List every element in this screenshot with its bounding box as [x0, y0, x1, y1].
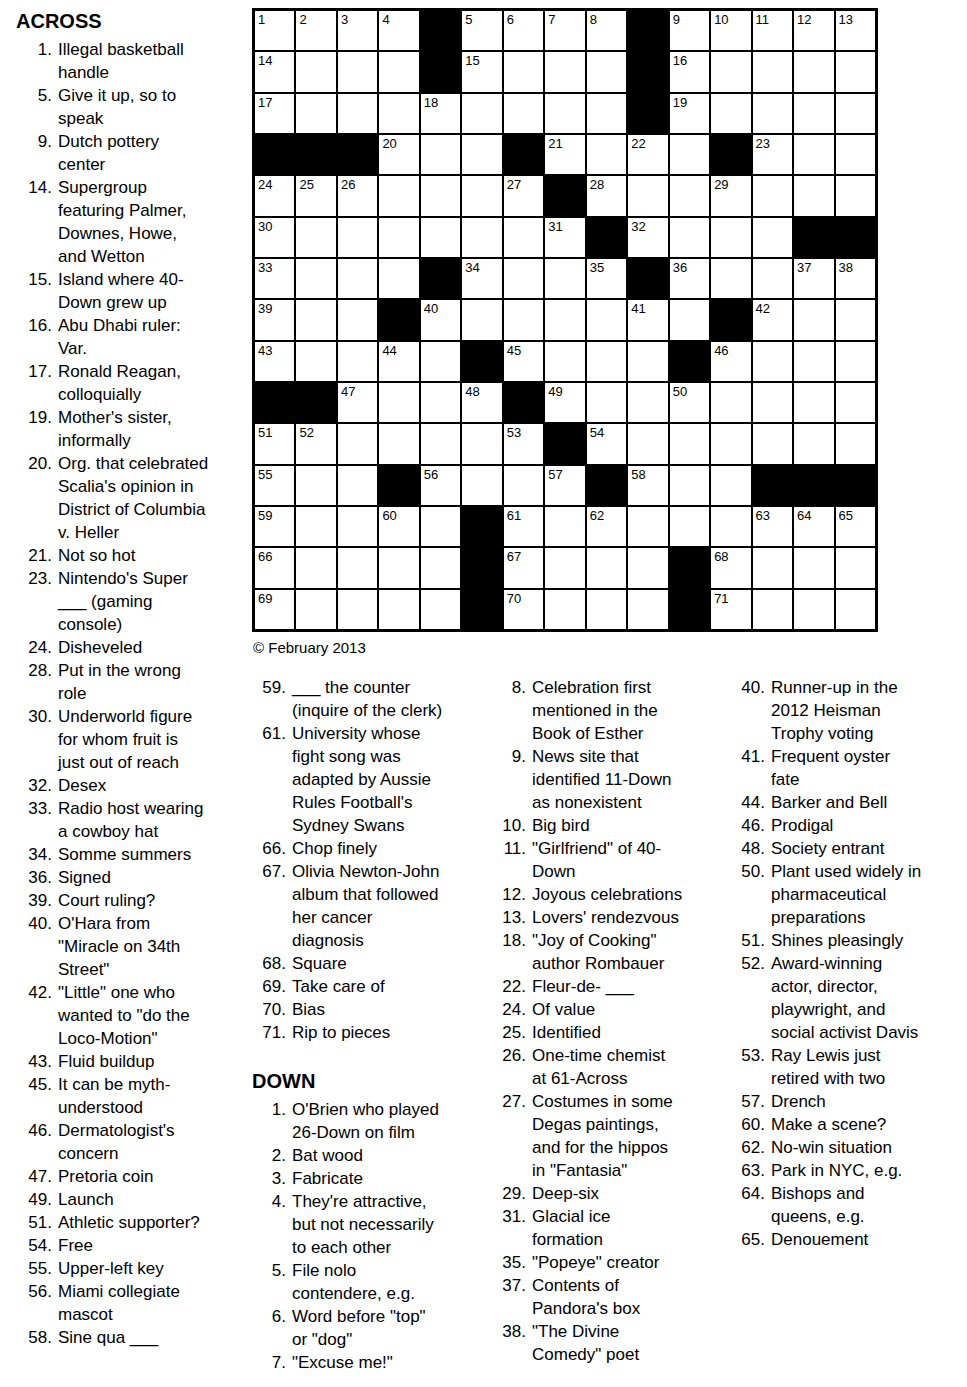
grid-cell[interactable] [420, 341, 461, 382]
grid-cell[interactable]: 48 [461, 382, 502, 423]
grid-cell[interactable] [710, 506, 751, 547]
grid-cell[interactable] [420, 382, 461, 423]
grid-cell[interactable] [752, 589, 793, 630]
grid-cell[interactable] [337, 258, 378, 299]
clue-text: Org. that celebrated Scalia's opinion in… [58, 452, 208, 544]
cell-number: 58 [631, 467, 645, 482]
grid-cell[interactable] [710, 217, 751, 258]
grid-cell[interactable]: 47 [337, 382, 378, 423]
cell-number: 6 [507, 12, 514, 27]
grid-cell[interactable]: 64 [793, 506, 834, 547]
grid-cell[interactable] [337, 589, 378, 630]
grid-cell[interactable]: 38 [835, 258, 876, 299]
clue-across-36: 36.Signed [12, 866, 248, 889]
grid-cell[interactable] [669, 506, 710, 547]
grid-cell[interactable]: 62 [586, 506, 627, 547]
grid-cell-black [710, 134, 751, 175]
grid-cell[interactable]: 42 [752, 299, 793, 340]
grid-cell[interactable] [544, 506, 585, 547]
grid-cell[interactable]: 6 [503, 10, 544, 51]
grid-cell[interactable] [586, 93, 627, 134]
clue-down-9: 9.News site that identified 11-Down as n… [498, 745, 732, 814]
grid-cell[interactable] [337, 341, 378, 382]
grid-cell[interactable] [627, 382, 668, 423]
clue-number: 48. [735, 837, 765, 860]
grid-cell-black [793, 217, 834, 258]
grid-cell[interactable] [461, 299, 502, 340]
grid-cell[interactable]: 16 [669, 51, 710, 92]
grid-cell[interactable]: 8 [586, 10, 627, 51]
grid-cell[interactable]: 34 [461, 258, 502, 299]
cell-number: 32 [631, 219, 645, 234]
grid-cell[interactable] [295, 258, 336, 299]
clue-text: Olivia Newton-John album that followed h… [292, 860, 439, 952]
grid-cell[interactable] [793, 51, 834, 92]
grid-cell[interactable] [503, 93, 544, 134]
grid-cell[interactable] [669, 299, 710, 340]
grid-cell[interactable]: 32 [627, 217, 668, 258]
grid-cell[interactable]: 46 [710, 341, 751, 382]
grid-cell[interactable] [295, 589, 336, 630]
grid-cell[interactable] [835, 547, 876, 588]
grid-cell[interactable] [378, 175, 419, 216]
grid-cell[interactable]: 23 [752, 134, 793, 175]
clue-text: O'Hara from "Miracle on 34th Street" [58, 912, 180, 981]
grid-cell[interactable] [378, 51, 419, 92]
grid-cell[interactable] [544, 341, 585, 382]
grid-cell[interactable]: 19 [669, 93, 710, 134]
clue-across-15: 15.Island where 40- Down grew up [12, 268, 248, 314]
grid-cell[interactable]: 11 [752, 10, 793, 51]
grid-cell[interactable]: 57 [544, 465, 585, 506]
grid-cell[interactable]: 24 [254, 175, 295, 216]
grid-cell[interactable]: 17 [254, 93, 295, 134]
grid-cell[interactable] [503, 51, 544, 92]
cell-number: 44 [382, 343, 396, 358]
clue-number: 13. [498, 906, 526, 929]
grid-cell[interactable]: 60 [378, 506, 419, 547]
grid-cell[interactable] [752, 217, 793, 258]
clue-down-51: 51.Shines pleasingly [735, 929, 965, 952]
grid-cell[interactable]: 10 [710, 10, 751, 51]
cell-number: 69 [258, 591, 272, 606]
grid-cell[interactable]: 31 [544, 217, 585, 258]
grid-cell[interactable] [503, 465, 544, 506]
grid-cell[interactable] [420, 217, 461, 258]
grid-cell[interactable]: 22 [627, 134, 668, 175]
clue-text: Dutch pottery center [58, 130, 159, 176]
grid-cell[interactable] [793, 341, 834, 382]
grid-cell[interactable]: 56 [420, 465, 461, 506]
clue-number: 39. [12, 889, 52, 912]
across-clue-list-main: 1.Illegal basketball handle5.Give it up,… [12, 38, 248, 1349]
clue-number: 52. [735, 952, 765, 1044]
grid-cell[interactable] [752, 51, 793, 92]
grid-cell[interactable]: 37 [793, 258, 834, 299]
clue-number: 38. [498, 1320, 526, 1366]
clue-text: Island where 40- Down grew up [58, 268, 184, 314]
grid-cell[interactable] [793, 134, 834, 175]
grid-cell[interactable] [337, 93, 378, 134]
grid-cell[interactable] [420, 506, 461, 547]
grid-cell[interactable] [793, 299, 834, 340]
grid-cell[interactable] [420, 589, 461, 630]
clue-down-27: 27.Costumes in some Degas paintings, and… [498, 1090, 732, 1182]
grid-cell-black [378, 465, 419, 506]
grid-cell[interactable]: 21 [544, 134, 585, 175]
grid-cell[interactable]: 35 [586, 258, 627, 299]
clue-number: 33. [12, 797, 52, 843]
grid-cell[interactable] [669, 423, 710, 464]
clue-text: It can be myth- understood [58, 1073, 170, 1119]
grid-cell[interactable] [627, 423, 668, 464]
grid-cell[interactable] [710, 93, 751, 134]
grid-cell[interactable]: 29 [710, 175, 751, 216]
grid-cell[interactable] [337, 423, 378, 464]
grid-cell[interactable] [669, 134, 710, 175]
grid-cell[interactable]: 7 [544, 10, 585, 51]
clue-across-67: 67.Olivia Newton-John album that followe… [250, 860, 492, 952]
grid-cell[interactable] [627, 175, 668, 216]
grid-cell[interactable]: 14 [254, 51, 295, 92]
clue-number: 12. [498, 883, 526, 906]
clue-number: 46. [735, 814, 765, 837]
grid-cell-black [669, 341, 710, 382]
grid-cell[interactable] [337, 506, 378, 547]
grid-cell[interactable]: 61 [503, 506, 544, 547]
grid-cell[interactable]: 15 [461, 51, 502, 92]
cell-number: 67 [507, 549, 521, 564]
grid-cell[interactable] [295, 299, 336, 340]
grid-cell[interactable] [544, 258, 585, 299]
grid-cell[interactable] [420, 134, 461, 175]
grid-cell[interactable] [420, 423, 461, 464]
grid-cell[interactable]: 1 [254, 10, 295, 51]
cell-number: 22 [631, 136, 645, 151]
grid-cell[interactable]: 65 [835, 506, 876, 547]
clue-across-51: 51.Athletic supporter? [12, 1211, 248, 1234]
grid-cell[interactable]: 9 [669, 10, 710, 51]
grid-cell[interactable]: 33 [254, 258, 295, 299]
grid-cell[interactable] [378, 589, 419, 630]
clue-text: Shines pleasingly [771, 929, 903, 952]
clue-text: Give it up, so to speak [58, 84, 176, 130]
grid-cell[interactable]: 50 [669, 382, 710, 423]
clue-across-9: 9.Dutch pottery center [12, 130, 248, 176]
grid-cell[interactable] [835, 299, 876, 340]
grid-cell[interactable] [835, 134, 876, 175]
grid-cell[interactable] [835, 382, 876, 423]
clue-text: File nolo contendere, e.g. [292, 1259, 415, 1305]
grid-cell-black [586, 217, 627, 258]
clue-number: 32. [12, 774, 52, 797]
grid-cell[interactable] [710, 465, 751, 506]
cell-number: 40 [424, 301, 438, 316]
clue-number: 71. [250, 1021, 286, 1044]
grid-cell[interactable]: 71 [710, 589, 751, 630]
grid-cell[interactable]: 5 [461, 10, 502, 51]
clue-across-54: 54.Free [12, 1234, 248, 1257]
grid-cell[interactable]: 55 [254, 465, 295, 506]
grid-cell[interactable]: 44 [378, 341, 419, 382]
grid-cell[interactable] [544, 51, 585, 92]
cell-number: 7 [548, 12, 555, 27]
grid-cell[interactable]: 51 [254, 423, 295, 464]
clue-number: 1. [250, 1098, 286, 1144]
clue-text: Ray Lewis just retired with two [771, 1044, 885, 1090]
grid-cell[interactable]: 12 [793, 10, 834, 51]
cell-number: 62 [590, 508, 604, 523]
grid-cell[interactable]: 26 [337, 175, 378, 216]
grid-cell[interactable] [835, 589, 876, 630]
grid-cell[interactable] [337, 547, 378, 588]
cell-number: 47 [341, 384, 355, 399]
grid-cell[interactable]: 25 [295, 175, 336, 216]
clue-number: 7. [250, 1351, 286, 1374]
grid-cell[interactable]: 58 [627, 465, 668, 506]
grid-cell[interactable] [461, 465, 502, 506]
grid-cell[interactable] [586, 134, 627, 175]
grid-cell[interactable] [752, 382, 793, 423]
clue-text: Not so hot [58, 544, 136, 567]
cell-number: 35 [590, 260, 604, 275]
grid-cell[interactable] [752, 423, 793, 464]
grid-cell[interactable] [835, 51, 876, 92]
grid-cell[interactable] [627, 506, 668, 547]
grid-cell[interactable]: 70 [503, 589, 544, 630]
clue-text: Fleur-de- ___ [532, 975, 634, 998]
clue-number: 67. [250, 860, 286, 952]
clue-across-70: 70.Bias [250, 998, 492, 1021]
grid-cell[interactable]: 67 [503, 547, 544, 588]
cell-number: 41 [631, 301, 645, 316]
clue-text: Abu Dhabi ruler: Var. [58, 314, 181, 360]
cell-number: 19 [673, 95, 687, 110]
grid-cell[interactable] [295, 51, 336, 92]
clue-down-31: 31.Glacial ice formation [498, 1205, 732, 1251]
grid-cell[interactable] [586, 589, 627, 630]
clue-text: Signed [58, 866, 111, 889]
grid-cell[interactable]: 49 [544, 382, 585, 423]
clue-number: 24. [12, 636, 52, 659]
cell-number: 48 [465, 384, 479, 399]
grid-cell[interactable]: 54 [586, 423, 627, 464]
grid-cell[interactable] [503, 217, 544, 258]
grid-cell[interactable] [420, 175, 461, 216]
clue-across-58: 58.Sine qua ___ [12, 1326, 248, 1349]
grid-cell[interactable] [710, 423, 751, 464]
grid-cell[interactable] [752, 258, 793, 299]
clue-number: 23. [12, 567, 52, 636]
grid-cell[interactable] [835, 175, 876, 216]
cell-number: 50 [673, 384, 687, 399]
grid-cell[interactable]: 39 [254, 299, 295, 340]
clue-number: 56. [12, 1280, 52, 1326]
grid-cell[interactable] [835, 93, 876, 134]
clue-number: 58. [12, 1326, 52, 1349]
clue-down-62: 62.No-win situation [735, 1136, 965, 1159]
grid-cell[interactable]: 69 [254, 589, 295, 630]
grid-cell[interactable] [337, 299, 378, 340]
cell-number: 2 [299, 12, 306, 27]
grid-cell[interactable]: 59 [254, 506, 295, 547]
bottom-clues-column-1: 59.___ the counter (inquire of the clerk… [250, 676, 492, 1374]
cell-number: 70 [507, 591, 521, 606]
grid-cell[interactable]: 2 [295, 10, 336, 51]
grid-cell[interactable] [586, 299, 627, 340]
clue-across-30: 30.Underworld figure for whom fruit is j… [12, 705, 248, 774]
cell-number: 30 [258, 219, 272, 234]
grid-cell[interactable]: 68 [710, 547, 751, 588]
grid-cell[interactable] [752, 175, 793, 216]
grid-cell[interactable] [461, 93, 502, 134]
clue-text: Take care of [292, 975, 385, 998]
grid-cell[interactable]: 40 [420, 299, 461, 340]
grid-cell[interactable] [295, 93, 336, 134]
clue-across-45: 45.It can be myth- understood [12, 1073, 248, 1119]
grid-cell[interactable] [461, 217, 502, 258]
grid-cell[interactable]: 41 [627, 299, 668, 340]
grid-cell[interactable] [586, 547, 627, 588]
clue-number: 21. [12, 544, 52, 567]
clue-text: Somme summers [58, 843, 191, 866]
grid-cell[interactable] [793, 589, 834, 630]
grid-cell[interactable] [461, 175, 502, 216]
clue-number: 40. [735, 676, 765, 745]
grid-cell[interactable]: 4 [378, 10, 419, 51]
grid-cell[interactable]: 36 [669, 258, 710, 299]
bottom-clues-column-3: 40.Runner-up in the 2012 Heisman Trophy … [735, 676, 965, 1251]
grid-cell[interactable] [544, 299, 585, 340]
clue-text: Bias [292, 998, 325, 1021]
grid-cell[interactable] [378, 547, 419, 588]
grid-cell[interactable] [295, 465, 336, 506]
grid-cell[interactable] [420, 547, 461, 588]
clue-across-23: 23.Nintendo's Super ___ (gaming console) [12, 567, 248, 636]
grid-cell[interactable] [627, 589, 668, 630]
cell-number: 39 [258, 301, 272, 316]
grid-cell[interactable] [337, 217, 378, 258]
grid-cell-black [710, 299, 751, 340]
grid-cell[interactable] [710, 51, 751, 92]
clue-text: Court ruling? [58, 889, 155, 912]
grid-cell[interactable] [627, 547, 668, 588]
grid-cell[interactable] [295, 547, 336, 588]
clue-text: Radio host wearing a cowboy hat [58, 797, 204, 843]
grid-cell[interactable]: 63 [752, 506, 793, 547]
clue-text: Mother's sister, informally [58, 406, 172, 452]
grid-cell[interactable] [835, 341, 876, 382]
grid-cell[interactable]: 45 [503, 341, 544, 382]
grid-cell[interactable] [544, 547, 585, 588]
grid-cell[interactable] [669, 465, 710, 506]
clue-across-55: 55.Upper-left key [12, 1257, 248, 1280]
cell-number: 60 [382, 508, 396, 523]
grid-cell[interactable]: 43 [254, 341, 295, 382]
grid-cell[interactable] [337, 51, 378, 92]
grid-cell[interactable] [544, 93, 585, 134]
grid-cell-black [378, 299, 419, 340]
grid-cell[interactable] [295, 217, 336, 258]
grid-cell[interactable] [503, 258, 544, 299]
grid-cell[interactable] [793, 175, 834, 216]
clue-text: O'Brien who played 26-Down on film [292, 1098, 439, 1144]
clue-across-33: 33.Radio host wearing a cowboy hat [12, 797, 248, 843]
grid-cell[interactable]: 3 [337, 10, 378, 51]
grid-cell[interactable]: 53 [503, 423, 544, 464]
clue-down-64: 64.Bishops and queens, e.g. [735, 1182, 965, 1228]
grid-cell[interactable] [752, 93, 793, 134]
grid-cell[interactable]: 18 [420, 93, 461, 134]
clue-down-12: 12.Joyous celebrations [498, 883, 732, 906]
grid-cell[interactable] [544, 589, 585, 630]
grid-cell[interactable] [627, 341, 668, 382]
grid-cell[interactable] [378, 423, 419, 464]
clue-across-49: 49.Launch [12, 1188, 248, 1211]
grid-cell[interactable] [835, 423, 876, 464]
grid-cell[interactable]: 52 [295, 423, 336, 464]
grid-cell[interactable] [378, 93, 419, 134]
grid-cell[interactable] [503, 299, 544, 340]
grid-cell[interactable]: 27 [503, 175, 544, 216]
clue-number: 66. [250, 837, 286, 860]
grid-cell[interactable] [710, 258, 751, 299]
grid-cell[interactable] [461, 423, 502, 464]
grid-cell[interactable] [586, 341, 627, 382]
grid-cell[interactable] [586, 51, 627, 92]
cell-number: 61 [507, 508, 521, 523]
grid-cell[interactable] [793, 93, 834, 134]
clue-text: Park in NYC, e.g. [771, 1159, 902, 1182]
clue-text: Word before "top" or "dog" [292, 1305, 426, 1351]
down-clue-list-3: 40.Runner-up in the 2012 Heisman Trophy … [735, 676, 965, 1251]
grid-cell[interactable] [752, 547, 793, 588]
grid-cell[interactable] [378, 217, 419, 258]
grid-cell[interactable] [586, 382, 627, 423]
grid-cell[interactable]: 30 [254, 217, 295, 258]
clue-down-35: 35."Popeye" creator [498, 1251, 732, 1274]
grid-cell[interactable] [752, 341, 793, 382]
cell-number: 9 [673, 12, 680, 27]
cell-number: 18 [424, 95, 438, 110]
clue-down-63: 63.Park in NYC, e.g. [735, 1159, 965, 1182]
clue-number: 51. [735, 929, 765, 952]
grid-cell[interactable] [295, 506, 336, 547]
grid-cell[interactable]: 66 [254, 547, 295, 588]
grid-cell[interactable] [669, 217, 710, 258]
clue-number: 17. [12, 360, 52, 406]
clue-text: Make a scene? [771, 1113, 886, 1136]
grid-cell[interactable] [793, 423, 834, 464]
cell-number: 53 [507, 425, 521, 440]
grid-cell[interactable] [669, 175, 710, 216]
grid-cell[interactable]: 28 [586, 175, 627, 216]
grid-cell[interactable] [337, 465, 378, 506]
grid-cell[interactable] [793, 547, 834, 588]
grid-cell[interactable] [295, 341, 336, 382]
grid-cell[interactable] [793, 382, 834, 423]
grid-cell[interactable]: 13 [835, 10, 876, 51]
clue-across-16: 16.Abu Dhabi ruler: Var. [12, 314, 248, 360]
clue-across-61: 61.University whose fight song was adapt… [250, 722, 492, 837]
clue-across-59: 59.___ the counter (inquire of the clerk… [250, 676, 492, 722]
grid-cell[interactable] [378, 258, 419, 299]
grid-cell[interactable] [461, 134, 502, 175]
grid-cell[interactable] [378, 382, 419, 423]
grid-cell[interactable]: 20 [378, 134, 419, 175]
grid-cell[interactable] [710, 382, 751, 423]
clue-across-43: 43.Fluid buildup [12, 1050, 248, 1073]
